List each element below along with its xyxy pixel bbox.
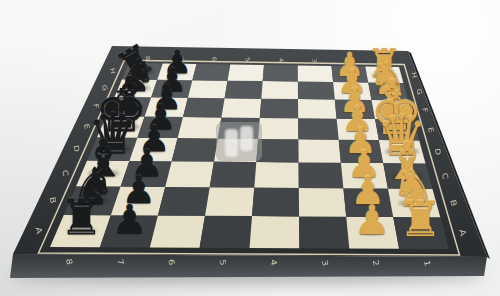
square-c1 (383, 163, 432, 189)
watermark-shape-right (240, 126, 253, 151)
square-g8 (115, 79, 158, 97)
board-front-face (10, 254, 487, 278)
square-b5 (205, 187, 254, 216)
square-a4 (250, 216, 300, 248)
square-c4 (254, 162, 298, 188)
square-e4 (258, 118, 298, 139)
square-c6 (165, 161, 214, 187)
square-b1 (388, 189, 440, 218)
watermark-shape-left (225, 129, 238, 157)
square-f6 (183, 98, 225, 118)
square-d2 (339, 140, 384, 163)
square-c2 (341, 163, 388, 189)
square-h7 (157, 64, 196, 81)
square-h2 (332, 66, 369, 83)
square-a5 (200, 216, 252, 248)
square-h6 (192, 64, 230, 81)
square-e7 (137, 117, 183, 139)
square-f2 (335, 100, 375, 120)
square-c7 (121, 161, 172, 187)
square-b6 (158, 187, 210, 216)
square-g2 (333, 82, 371, 100)
square-c5 (210, 162, 257, 188)
square-g5 (225, 81, 263, 99)
square-e3 (298, 118, 339, 139)
square-h3 (298, 66, 333, 83)
square-b3 (299, 188, 346, 217)
square-d1 (379, 140, 426, 163)
square-f5 (221, 98, 261, 118)
square-g7 (151, 80, 192, 98)
watermark-logo-icon (216, 122, 262, 161)
square-b2 (343, 188, 393, 217)
square-b4 (252, 188, 299, 217)
square-f7 (145, 97, 188, 117)
square-f3 (298, 99, 337, 119)
square-e1 (375, 119, 419, 140)
square-f1 (372, 100, 414, 120)
square-e2 (337, 119, 379, 140)
square-d6 (172, 138, 218, 162)
square-d7 (129, 138, 177, 162)
square-f4 (260, 99, 298, 119)
square-a6 (150, 216, 205, 248)
square-a2 (346, 217, 399, 249)
square-d3 (298, 139, 341, 163)
square-h1 (365, 67, 403, 84)
square-g3 (298, 82, 335, 100)
square-g1 (368, 83, 408, 101)
square-d4 (256, 139, 298, 163)
square-a3 (299, 216, 349, 248)
square-c3 (299, 162, 344, 188)
square-g6 (188, 80, 228, 98)
square-h5 (228, 65, 265, 82)
square-g4 (261, 81, 298, 99)
chess-set-photo: 8877665544332211AABBCCDDEEFFGGHH ♜♞♝♛♚♝♞… (0, 0, 500, 296)
square-h8 (122, 63, 163, 80)
square-e6 (178, 117, 222, 139)
square-a1 (393, 217, 449, 249)
square-h4 (263, 65, 298, 82)
